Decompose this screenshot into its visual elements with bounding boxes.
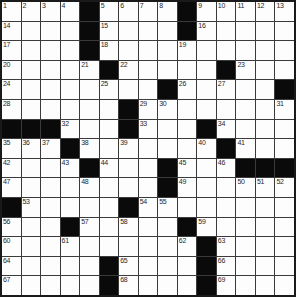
cell-r12c3[interactable]	[41, 218, 60, 237]
cell-r5c4[interactable]	[61, 80, 80, 99]
cell-r7c5[interactable]	[80, 120, 99, 139]
black-cell-r11c1	[2, 198, 21, 217]
clue-number: 65	[120, 257, 127, 265]
cell-r6c5[interactable]	[80, 100, 99, 119]
cell-r6c6[interactable]	[100, 100, 119, 119]
cell-r5c6[interactable]: 25	[100, 80, 119, 99]
cell-r10c14[interactable]: 51	[256, 178, 275, 197]
clue-number: 54	[140, 198, 147, 206]
cell-r9c3[interactable]	[41, 159, 60, 178]
black-cell-r2c5	[80, 22, 99, 41]
cell-r12c14[interactable]	[256, 218, 275, 237]
cell-r2c2[interactable]	[22, 22, 41, 41]
cell-r15c2[interactable]	[22, 276, 41, 295]
clue-number: 39	[120, 139, 127, 147]
cell-r7c4[interactable]: 32	[61, 120, 80, 139]
black-cell-r7c2	[22, 120, 41, 139]
clue-number: 25	[101, 80, 108, 88]
clue-number: 61	[62, 237, 69, 245]
clue-number: 27	[218, 80, 225, 88]
black-cell-r12c10	[178, 218, 197, 237]
clue-number: 51	[257, 178, 264, 186]
cell-r4c1[interactable]: 20	[2, 61, 21, 80]
clue-number: 47	[3, 178, 10, 186]
clue-number: 19	[179, 41, 186, 49]
cell-r3c7[interactable]	[119, 41, 138, 60]
cell-r13c7[interactable]	[119, 237, 138, 256]
clue-number: 34	[218, 120, 225, 128]
cell-r13c3[interactable]	[41, 237, 60, 256]
cell-r14c9[interactable]	[158, 257, 177, 276]
black-cell-r7c7	[119, 120, 138, 139]
cell-r13c4[interactable]: 61	[61, 237, 80, 256]
cell-r11c13[interactable]	[236, 198, 255, 217]
cell-r4c13[interactable]: 23	[236, 61, 255, 80]
cell-r12c5[interactable]: 57	[80, 218, 99, 237]
cell-r14c8[interactable]	[139, 257, 158, 276]
cell-r7c9[interactable]	[158, 120, 177, 139]
cell-r10c7[interactable]	[119, 178, 138, 197]
cell-r2c14[interactable]	[256, 22, 275, 41]
clue-number: 5	[101, 2, 105, 10]
cell-r12c9[interactable]	[158, 218, 177, 237]
cell-r15c8[interactable]	[139, 276, 158, 295]
cell-r15c5[interactable]	[80, 276, 99, 295]
cell-r7c15[interactable]	[275, 120, 294, 139]
clue-number: 3	[42, 2, 46, 10]
cell-r15c15[interactable]	[275, 276, 294, 295]
cell-r13c10[interactable]: 62	[178, 237, 197, 256]
cell-r13c15[interactable]	[275, 237, 294, 256]
cell-r5c12[interactable]: 27	[217, 80, 236, 99]
cell-r11c15[interactable]	[275, 198, 294, 217]
cell-r8c3[interactable]: 37	[41, 139, 60, 158]
cell-r2c8[interactable]	[139, 22, 158, 41]
black-cell-r8c12	[217, 139, 236, 158]
cell-r5c10[interactable]: 26	[178, 80, 197, 99]
cell-r3c6[interactable]: 18	[100, 41, 119, 60]
cell-r3c15[interactable]	[275, 41, 294, 60]
cell-r2c12[interactable]	[217, 22, 236, 41]
cell-r8c13[interactable]: 41	[236, 139, 255, 158]
cell-r9c12[interactable]: 46	[217, 159, 236, 178]
clue-number: 4	[62, 2, 66, 10]
clue-number: 59	[198, 218, 205, 226]
cell-r15c10[interactable]	[178, 276, 197, 295]
cell-r4c9[interactable]	[158, 61, 177, 80]
cell-r1c4[interactable]: 4	[61, 2, 80, 21]
cell-r7c6[interactable]	[100, 120, 119, 139]
cell-r6c10[interactable]	[178, 100, 197, 119]
clue-number: 17	[3, 41, 10, 49]
clue-number: 8	[159, 2, 163, 10]
cell-r10c15[interactable]: 52	[275, 178, 294, 197]
black-cell-r12c4	[61, 218, 80, 237]
cell-r1c8[interactable]: 7	[139, 2, 158, 21]
cell-r14c1[interactable]: 64	[2, 257, 21, 276]
cell-r1c2[interactable]: 2	[22, 2, 41, 21]
cell-r14c15[interactable]	[275, 257, 294, 276]
cell-r12c6[interactable]	[100, 218, 119, 237]
black-cell-r14c11	[197, 257, 216, 276]
clue-number: 38	[81, 139, 88, 147]
clue-number: 23	[237, 61, 244, 69]
crossword-board: 1234567891011121314151617181920212223242…	[0, 0, 296, 297]
cell-r10c6[interactable]	[100, 178, 119, 197]
clue-number: 68	[120, 276, 127, 284]
cell-r8c5[interactable]: 38	[80, 139, 99, 158]
cell-r14c5[interactable]	[80, 257, 99, 276]
clue-number: 14	[3, 22, 10, 30]
clue-number: 36	[23, 139, 30, 147]
cell-r3c12[interactable]	[217, 41, 236, 60]
clue-number: 7	[140, 2, 144, 10]
cell-r9c7[interactable]	[119, 159, 138, 178]
cell-r15c12[interactable]: 69	[217, 276, 236, 295]
cell-r4c3[interactable]	[41, 61, 60, 80]
cell-r14c4[interactable]	[61, 257, 80, 276]
clue-number: 67	[3, 276, 10, 284]
cell-r12c7[interactable]: 58	[119, 218, 138, 237]
clue-number: 35	[3, 139, 10, 147]
cell-r10c3[interactable]	[41, 178, 60, 197]
cell-r12c13[interactable]	[236, 218, 255, 237]
cell-r3c4[interactable]	[61, 41, 80, 60]
cell-r1c1[interactable]: 1	[2, 2, 21, 21]
clue-number: 16	[198, 22, 205, 30]
cell-r11c6[interactable]	[100, 198, 119, 217]
cell-r6c1[interactable]: 28	[2, 100, 21, 119]
cell-r12c12[interactable]	[217, 218, 236, 237]
clue-number: 66	[218, 257, 225, 265]
cell-r7c10[interactable]	[178, 120, 197, 139]
clue-number: 63	[218, 237, 225, 245]
clue-number: 22	[120, 61, 127, 69]
cell-r5c5[interactable]	[80, 80, 99, 99]
black-cell-r7c1	[2, 120, 21, 139]
cell-r6c14[interactable]	[256, 100, 275, 119]
cell-r3c3[interactable]	[41, 41, 60, 60]
cell-r7c12[interactable]: 34	[217, 120, 236, 139]
cell-r13c2[interactable]	[22, 237, 41, 256]
clue-number: 12	[257, 2, 264, 10]
clue-number: 2	[23, 2, 27, 10]
cell-r15c13[interactable]	[236, 276, 255, 295]
cell-r2c7[interactable]	[119, 22, 138, 41]
clue-number: 64	[3, 257, 10, 265]
cell-r8c14[interactable]	[256, 139, 275, 158]
cell-r1c13[interactable]: 11	[236, 2, 255, 21]
cell-r15c9[interactable]	[158, 276, 177, 295]
black-cell-r15c6	[100, 276, 119, 295]
clue-number: 18	[101, 41, 108, 49]
cell-r1c6[interactable]: 5	[100, 2, 119, 21]
cell-r5c1[interactable]: 24	[2, 80, 21, 99]
black-cell-r5c9	[158, 80, 177, 99]
cell-r11c4[interactable]	[61, 198, 80, 217]
cell-r11c3[interactable]	[41, 198, 60, 217]
cell-r2c15[interactable]	[275, 22, 294, 41]
clue-number: 50	[237, 178, 244, 186]
cell-r8c15[interactable]	[275, 139, 294, 158]
cell-r13c13[interactable]	[236, 237, 255, 256]
cell-r11c12[interactable]	[217, 198, 236, 217]
cell-r4c5[interactable]: 21	[80, 61, 99, 80]
clue-number: 46	[218, 159, 225, 167]
clue-number: 30	[159, 100, 166, 108]
cell-r3c11[interactable]	[197, 41, 216, 60]
cell-r2c13[interactable]	[236, 22, 255, 41]
cell-r6c13[interactable]	[236, 100, 255, 119]
cell-r14c7[interactable]: 65	[119, 257, 138, 276]
cell-r1c7[interactable]: 6	[119, 2, 138, 21]
cell-r7c13[interactable]	[236, 120, 255, 139]
cell-r11c14[interactable]	[256, 198, 275, 217]
clue-number: 44	[101, 159, 108, 167]
cell-r6c8[interactable]: 29	[139, 100, 158, 119]
cell-r9c4[interactable]: 43	[61, 159, 80, 178]
clue-number: 58	[120, 218, 127, 226]
cell-r15c1[interactable]: 67	[2, 276, 21, 295]
cell-r1c12[interactable]: 10	[217, 2, 236, 21]
cell-r15c4[interactable]	[61, 276, 80, 295]
cell-r8c1[interactable]: 35	[2, 139, 21, 158]
black-cell-r13c11	[197, 237, 216, 256]
clue-number: 40	[198, 139, 205, 147]
clue-number: 62	[179, 237, 186, 245]
cell-r10c10[interactable]: 49	[178, 178, 197, 197]
cell-r12c15[interactable]	[275, 218, 294, 237]
cell-r3c2[interactable]	[22, 41, 41, 60]
cell-r5c3[interactable]	[41, 80, 60, 99]
clue-number: 42	[3, 159, 10, 167]
cell-r15c7[interactable]: 68	[119, 276, 138, 295]
cell-r2c4[interactable]	[61, 22, 80, 41]
cell-r13c1[interactable]: 60	[2, 237, 21, 256]
cell-r10c5[interactable]: 48	[80, 178, 99, 197]
clue-number: 29	[140, 100, 147, 108]
cell-r8c6[interactable]	[100, 139, 119, 158]
cell-r4c4[interactable]	[61, 61, 80, 80]
clue-number: 24	[3, 80, 10, 88]
cell-r2c6[interactable]: 15	[100, 22, 119, 41]
clue-number: 48	[81, 178, 88, 186]
black-cell-r6c7	[119, 100, 138, 119]
black-cell-r4c12	[217, 61, 236, 80]
cell-r14c12[interactable]: 66	[217, 257, 236, 276]
black-cell-r9c9	[158, 159, 177, 178]
cell-r5c11[interactable]	[197, 80, 216, 99]
clue-number: 49	[179, 178, 186, 186]
cell-r14c2[interactable]	[22, 257, 41, 276]
cell-r13c5[interactable]	[80, 237, 99, 256]
black-cell-r3c5	[80, 41, 99, 60]
cell-r9c6[interactable]: 44	[100, 159, 119, 178]
cell-r2c1[interactable]: 14	[2, 22, 21, 41]
black-cell-r1c10	[178, 2, 197, 21]
cell-r9c8[interactable]	[139, 159, 158, 178]
cell-r8c10[interactable]	[178, 139, 197, 158]
clue-number: 6	[120, 2, 124, 10]
cell-r10c11[interactable]	[197, 178, 216, 197]
cell-r8c9[interactable]	[158, 139, 177, 158]
cell-r8c7[interactable]: 39	[119, 139, 138, 158]
clue-number: 52	[276, 178, 283, 186]
cell-r11c5[interactable]	[80, 198, 99, 217]
cell-r3c8[interactable]	[139, 41, 158, 60]
cell-r10c2[interactable]	[22, 178, 41, 197]
cell-r12c2[interactable]	[22, 218, 41, 237]
cell-r3c10[interactable]: 19	[178, 41, 197, 60]
clue-number: 32	[62, 120, 69, 128]
cell-r6c4[interactable]	[61, 100, 80, 119]
cell-r7c8[interactable]: 33	[139, 120, 158, 139]
cell-r13c14[interactable]	[256, 237, 275, 256]
cell-r4c11[interactable]	[197, 61, 216, 80]
cell-r6c3[interactable]	[41, 100, 60, 119]
clue-number: 33	[140, 120, 147, 128]
black-cell-r7c11	[197, 120, 216, 139]
clue-number: 13	[276, 2, 283, 10]
cell-r5c13[interactable]	[236, 80, 255, 99]
black-cell-r15c11	[197, 276, 216, 295]
cell-r8c2[interactable]: 36	[22, 139, 41, 158]
clue-number: 55	[159, 198, 166, 206]
cell-r15c14[interactable]	[256, 276, 275, 295]
cell-r2c11[interactable]: 16	[197, 22, 216, 41]
cell-r5c2[interactable]	[22, 80, 41, 99]
cell-r4c8[interactable]	[139, 61, 158, 80]
cell-r12c1[interactable]: 56	[2, 218, 21, 237]
clue-number: 10	[218, 2, 225, 10]
cell-r3c14[interactable]	[256, 41, 275, 60]
cell-r11c2[interactable]: 53	[22, 198, 41, 217]
clue-number: 20	[3, 61, 10, 69]
cell-r13c9[interactable]	[158, 237, 177, 256]
cell-r10c12[interactable]	[217, 178, 236, 197]
black-cell-r4c6	[100, 61, 119, 80]
cell-r2c3[interactable]	[41, 22, 60, 41]
cell-r3c9[interactable]	[158, 41, 177, 60]
clue-number: 26	[179, 80, 186, 88]
clue-number: 69	[218, 276, 225, 284]
black-cell-r8c4	[61, 139, 80, 158]
cell-r1c9[interactable]: 8	[158, 2, 177, 21]
cell-r14c14[interactable]	[256, 257, 275, 276]
black-cell-r9c15	[275, 159, 294, 178]
black-cell-r9c14	[256, 159, 275, 178]
clue-number: 37	[42, 139, 49, 147]
cell-r9c11[interactable]	[197, 159, 216, 178]
cell-r8c8[interactable]	[139, 139, 158, 158]
clue-number: 41	[237, 139, 244, 147]
cell-r9c2[interactable]	[22, 159, 41, 178]
cell-r6c2[interactable]	[22, 100, 41, 119]
clue-number: 15	[101, 22, 108, 30]
black-cell-r2c10	[178, 22, 197, 41]
black-cell-r10c9	[158, 178, 177, 197]
cell-r1c14[interactable]: 12	[256, 2, 275, 21]
cell-r13c8[interactable]	[139, 237, 158, 256]
cell-r5c7[interactable]	[119, 80, 138, 99]
cell-r11c11[interactable]	[197, 198, 216, 217]
clue-number: 60	[3, 237, 10, 245]
cell-r7c14[interactable]	[256, 120, 275, 139]
black-cell-r9c5	[80, 159, 99, 178]
cell-r11c8[interactable]: 54	[139, 198, 158, 217]
cell-r4c7[interactable]: 22	[119, 61, 138, 80]
clue-number: 9	[198, 2, 202, 10]
cell-r5c14[interactable]	[256, 80, 275, 99]
cell-r9c1[interactable]: 42	[2, 159, 21, 178]
cell-r10c1[interactable]: 47	[2, 178, 21, 197]
cell-r4c14[interactable]	[256, 61, 275, 80]
clue-number: 11	[237, 2, 244, 10]
cell-r4c2[interactable]	[22, 61, 41, 80]
cell-r6c15[interactable]: 31	[275, 100, 294, 119]
clue-number: 43	[62, 159, 69, 167]
black-cell-r9c13	[236, 159, 255, 178]
cell-r4c10[interactable]	[178, 61, 197, 80]
clue-number: 28	[3, 100, 10, 108]
cell-r10c13[interactable]: 50	[236, 178, 255, 197]
clue-number: 21	[81, 61, 88, 69]
cell-r1c11[interactable]: 9	[197, 2, 216, 21]
cell-r6c9[interactable]: 30	[158, 100, 177, 119]
black-cell-r14c6	[100, 257, 119, 276]
cell-r10c8[interactable]	[139, 178, 158, 197]
cell-r5c8[interactable]	[139, 80, 158, 99]
cell-r14c13[interactable]	[236, 257, 255, 276]
black-cell-r1c5	[80, 2, 99, 21]
cell-r11c10[interactable]	[178, 198, 197, 217]
cell-r8c11[interactable]: 40	[197, 139, 216, 158]
clue-number: 45	[179, 159, 186, 167]
cell-r11c9[interactable]: 55	[158, 198, 177, 217]
clue-number: 1	[3, 2, 7, 10]
cell-r12c11[interactable]: 59	[197, 218, 216, 237]
cell-r4c15[interactable]	[275, 61, 294, 80]
cell-r10c4[interactable]	[61, 178, 80, 197]
black-cell-r7c3	[41, 120, 60, 139]
cell-r15c3[interactable]	[41, 276, 60, 295]
clue-number: 31	[276, 100, 283, 108]
cell-r14c10[interactable]	[178, 257, 197, 276]
cell-r9c10[interactable]: 45	[178, 159, 197, 178]
cell-r6c12[interactable]	[217, 100, 236, 119]
clue-number: 56	[3, 218, 10, 226]
cell-r13c6[interactable]	[100, 237, 119, 256]
crossword-grid: 1234567891011121314151617181920212223242…	[0, 0, 296, 297]
black-cell-r11c7	[119, 198, 138, 217]
cell-r3c13[interactable]	[236, 41, 255, 60]
cell-r14c3[interactable]	[41, 257, 60, 276]
cell-r1c3[interactable]: 3	[41, 2, 60, 21]
cell-r6c11[interactable]	[197, 100, 216, 119]
black-cell-r5c15	[275, 80, 294, 99]
cell-r12c8[interactable]	[139, 218, 158, 237]
cell-r2c9[interactable]	[158, 22, 177, 41]
clue-number: 53	[23, 198, 30, 206]
clue-number: 57	[81, 218, 88, 226]
cell-r1c15[interactable]: 13	[275, 2, 294, 21]
cell-r13c12[interactable]: 63	[217, 237, 236, 256]
cell-r3c1[interactable]: 17	[2, 41, 21, 60]
